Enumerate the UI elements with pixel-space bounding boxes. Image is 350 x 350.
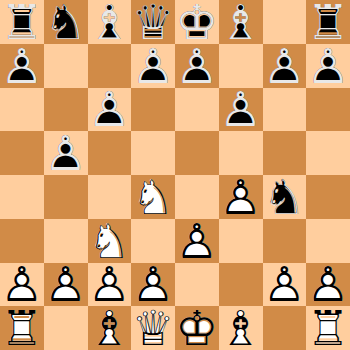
piece-outline-glyph: ♙ [219,175,263,219]
piece-fill-glyph: ♟ [263,44,307,88]
square-e3[interactable]: ♟♙ [175,219,219,263]
piece-outline-glyph: ♙ [219,88,263,132]
piece-fill-glyph: ♝ [88,0,132,44]
white-pawn-piece: ♟♙ [219,175,263,219]
square-b5[interactable]: ♟♙ [44,131,88,175]
piece-fill-glyph: ♟ [131,44,175,88]
square-d7[interactable]: ♟♙ [131,44,175,88]
piece-fill-glyph: ♟ [175,44,219,88]
piece-fill-glyph: ♟ [131,263,175,307]
piece-fill-glyph: ♟ [175,219,219,263]
black-pawn-piece: ♟♙ [131,44,175,88]
piece-fill-glyph: ♟ [219,175,263,219]
piece-fill-glyph: ♚ [175,306,219,350]
piece-outline-glyph: ♖ [306,306,350,350]
piece-outline-glyph: ♖ [0,306,44,350]
white-pawn-piece: ♟♙ [175,219,219,263]
black-rook-piece: ♜♖ [0,0,44,44]
piece-outline-glyph: ♖ [306,0,350,44]
white-pawn-piece: ♟♙ [263,263,307,307]
piece-fill-glyph: ♞ [131,175,175,219]
square-a7[interactable]: ♟♙ [0,44,44,88]
square-b7[interactable] [44,44,88,88]
square-b8[interactable]: ♞♘ [44,0,88,44]
square-g5[interactable] [263,131,307,175]
square-a1[interactable]: ♜♖ [0,306,44,350]
piece-outline-glyph: ♙ [88,88,132,132]
black-king-piece: ♚♔ [175,0,219,44]
black-pawn-piece: ♟♙ [175,44,219,88]
piece-fill-glyph: ♞ [263,175,307,219]
piece-outline-glyph: ♙ [306,44,350,88]
square-f5[interactable] [219,131,263,175]
square-c4[interactable] [88,175,132,219]
piece-fill-glyph: ♜ [0,306,44,350]
white-pawn-piece: ♟♙ [44,263,88,307]
white-queen-piece: ♛♕ [131,306,175,350]
piece-outline-glyph: ♙ [131,44,175,88]
white-pawn-piece: ♟♙ [0,263,44,307]
square-a2[interactable]: ♟♙ [0,263,44,307]
square-g3[interactable] [263,219,307,263]
black-pawn-piece: ♟♙ [263,44,307,88]
piece-outline-glyph: ♗ [219,0,263,44]
square-c7[interactable] [88,44,132,88]
piece-fill-glyph: ♝ [88,306,132,350]
black-pawn-piece: ♟♙ [219,88,263,132]
white-knight-piece: ♞♘ [88,219,132,263]
square-d6[interactable] [131,88,175,132]
black-queen-piece: ♛♕ [131,0,175,44]
square-e5[interactable] [175,131,219,175]
square-f3[interactable] [219,219,263,263]
piece-outline-glyph: ♖ [0,0,44,44]
black-bishop-piece: ♝♗ [88,0,132,44]
piece-fill-glyph: ♟ [263,263,307,307]
piece-outline-glyph: ♙ [175,44,219,88]
white-bishop-piece: ♝♗ [219,306,263,350]
square-a3[interactable] [0,219,44,263]
square-c1[interactable]: ♝♗ [88,306,132,350]
piece-fill-glyph: ♟ [0,263,44,307]
piece-outline-glyph: ♗ [88,0,132,44]
square-a5[interactable] [0,131,44,175]
piece-outline-glyph: ♘ [131,175,175,219]
square-c8[interactable]: ♝♗ [88,0,132,44]
square-h6[interactable] [306,88,350,132]
square-h7[interactable]: ♟♙ [306,44,350,88]
white-rook-piece: ♜♖ [0,306,44,350]
piece-fill-glyph: ♟ [88,263,132,307]
piece-outline-glyph: ♙ [306,263,350,307]
piece-outline-glyph: ♘ [44,0,88,44]
piece-fill-glyph: ♝ [219,0,263,44]
piece-fill-glyph: ♛ [131,0,175,44]
black-pawn-piece: ♟♙ [88,88,132,132]
square-g7[interactable]: ♟♙ [263,44,307,88]
black-pawn-piece: ♟♙ [0,44,44,88]
square-h1[interactable]: ♜♖ [306,306,350,350]
square-d8[interactable]: ♛♕ [131,0,175,44]
square-h3[interactable] [306,219,350,263]
square-f6[interactable]: ♟♙ [219,88,263,132]
square-b3[interactable] [44,219,88,263]
square-f4[interactable]: ♟♙ [219,175,263,219]
square-e4[interactable] [175,175,219,219]
square-f2[interactable] [219,263,263,307]
square-f1[interactable]: ♝♗ [219,306,263,350]
piece-fill-glyph: ♟ [0,44,44,88]
square-e1[interactable]: ♚♔ [175,306,219,350]
white-king-piece: ♚♔ [175,306,219,350]
square-g8[interactable] [263,0,307,44]
square-d3[interactable] [131,219,175,263]
white-pawn-piece: ♟♙ [88,263,132,307]
piece-fill-glyph: ♜ [0,0,44,44]
piece-outline-glyph: ♙ [44,131,88,175]
square-a6[interactable] [0,88,44,132]
black-bishop-piece: ♝♗ [219,0,263,44]
square-b2[interactable]: ♟♙ [44,263,88,307]
piece-fill-glyph: ♟ [219,88,263,132]
piece-fill-glyph: ♟ [306,44,350,88]
piece-fill-glyph: ♛ [131,306,175,350]
piece-outline-glyph: ♙ [263,263,307,307]
square-f7[interactable] [219,44,263,88]
square-g2[interactable]: ♟♙ [263,263,307,307]
square-h4[interactable] [306,175,350,219]
square-c5[interactable] [88,131,132,175]
piece-fill-glyph: ♟ [44,131,88,175]
piece-fill-glyph: ♜ [306,306,350,350]
piece-outline-glyph: ♗ [219,306,263,350]
chess-board: ♜♖♞♘♝♗♛♕♚♔♝♗♜♖♟♙♟♙♟♙♟♙♟♙♟♙♟♙♟♙♞♘♟♙♞♘♞♘♟♙… [0,0,350,350]
white-rook-piece: ♜♖ [306,306,350,350]
black-pawn-piece: ♟♙ [44,131,88,175]
black-pawn-piece: ♟♙ [306,44,350,88]
square-d2[interactable]: ♟♙ [131,263,175,307]
square-b4[interactable] [44,175,88,219]
white-knight-piece: ♞♘ [131,175,175,219]
piece-outline-glyph: ♘ [88,219,132,263]
piece-outline-glyph: ♔ [175,306,219,350]
square-e8[interactable]: ♚♔ [175,0,219,44]
piece-fill-glyph: ♝ [219,306,263,350]
piece-fill-glyph: ♞ [88,219,132,263]
square-f8[interactable]: ♝♗ [219,0,263,44]
square-g4[interactable]: ♞♘ [263,175,307,219]
square-h8[interactable]: ♜♖ [306,0,350,44]
piece-fill-glyph: ♜ [306,0,350,44]
square-a8[interactable]: ♜♖ [0,0,44,44]
square-h2[interactable]: ♟♙ [306,263,350,307]
piece-outline-glyph: ♕ [131,306,175,350]
piece-outline-glyph: ♔ [175,0,219,44]
square-a4[interactable] [0,175,44,219]
white-pawn-piece: ♟♙ [306,263,350,307]
piece-outline-glyph: ♙ [131,263,175,307]
white-bishop-piece: ♝♗ [88,306,132,350]
piece-outline-glyph: ♙ [0,44,44,88]
piece-fill-glyph: ♟ [306,263,350,307]
square-c6[interactable]: ♟♙ [88,88,132,132]
piece-fill-glyph: ♟ [88,88,132,132]
piece-fill-glyph: ♚ [175,0,219,44]
square-g1[interactable] [263,306,307,350]
square-b1[interactable] [44,306,88,350]
piece-outline-glyph: ♘ [263,175,307,219]
square-c3[interactable]: ♞♘ [88,219,132,263]
piece-fill-glyph: ♟ [44,263,88,307]
piece-outline-glyph: ♙ [263,44,307,88]
square-h5[interactable] [306,131,350,175]
white-pawn-piece: ♟♙ [131,263,175,307]
square-d4[interactable]: ♞♘ [131,175,175,219]
piece-outline-glyph: ♙ [88,263,132,307]
piece-fill-glyph: ♞ [44,0,88,44]
square-g6[interactable] [263,88,307,132]
piece-outline-glyph: ♙ [0,263,44,307]
square-e7[interactable]: ♟♙ [175,44,219,88]
piece-outline-glyph: ♙ [175,219,219,263]
piece-outline-glyph: ♕ [131,0,175,44]
piece-outline-glyph: ♗ [88,306,132,350]
square-d5[interactable] [131,131,175,175]
square-e2[interactable] [175,263,219,307]
square-b6[interactable] [44,88,88,132]
square-c2[interactable]: ♟♙ [88,263,132,307]
black-knight-piece: ♞♘ [263,175,307,219]
black-rook-piece: ♜♖ [306,0,350,44]
square-d1[interactable]: ♛♕ [131,306,175,350]
square-e6[interactable] [175,88,219,132]
black-knight-piece: ♞♘ [44,0,88,44]
piece-outline-glyph: ♙ [44,263,88,307]
